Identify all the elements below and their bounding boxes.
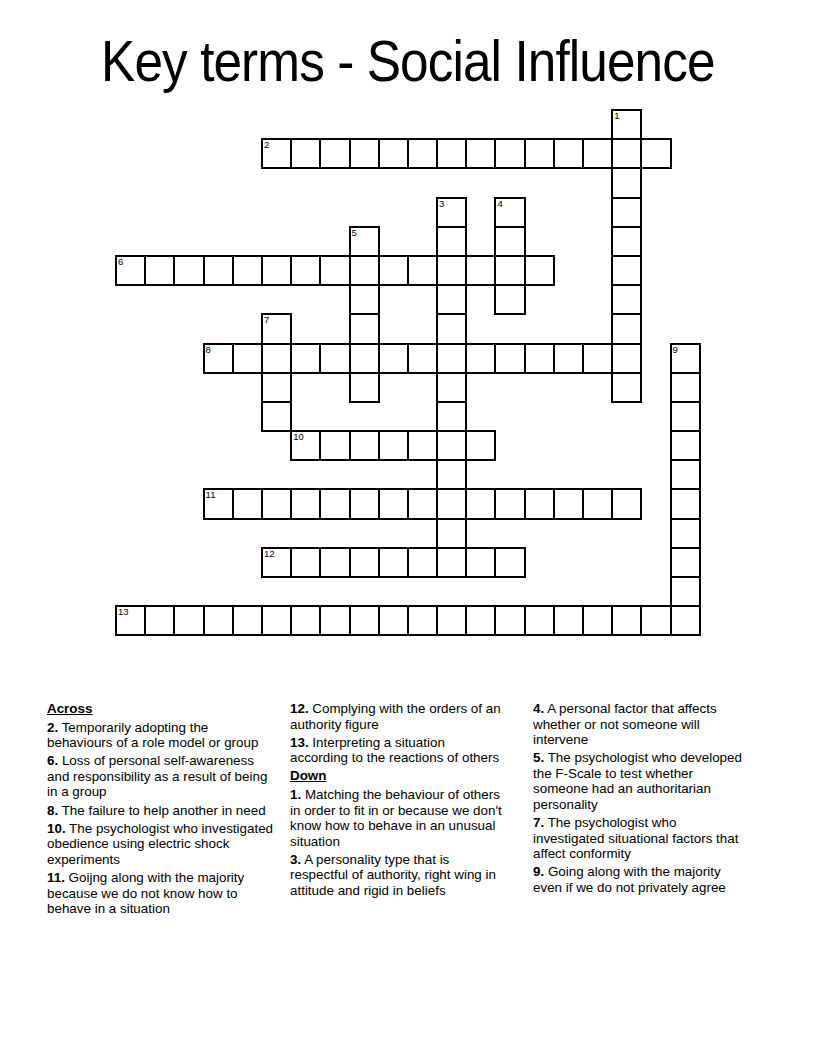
clue-number-label: 7. — [533, 815, 544, 830]
grid-cell-r1c13[interactable] — [495, 139, 524, 168]
grid-cell-r8c14[interactable] — [525, 344, 554, 373]
grid-cell-r10c5[interactable] — [262, 402, 291, 431]
grid-cell-r11c12[interactable] — [466, 431, 495, 460]
grid-cell-r13c16[interactable] — [583, 489, 612, 518]
grid-cell-r6c11[interactable] — [437, 285, 466, 314]
grid-cell-r8c5[interactable] — [262, 344, 291, 373]
down-clues-header: Down — [290, 768, 505, 784]
grid-cell-r17c0[interactable]: 13 — [116, 606, 145, 635]
cell-number-12: 12 — [264, 548, 275, 559]
grid-cell-r15c10[interactable] — [408, 548, 437, 577]
grid-cell-r8c10[interactable] — [408, 344, 437, 373]
clue-number-label: 9. — [533, 864, 544, 879]
clue-across-11: 11. Goijng along with the majority becau… — [47, 870, 275, 917]
grid-cell-r5c12[interactable] — [466, 256, 495, 285]
grid-cell-r13c12[interactable] — [466, 489, 495, 518]
grid-cell-r11c10[interactable] — [408, 431, 437, 460]
grid-cell-r13c8[interactable] — [350, 489, 379, 518]
grid-cell-r15c9[interactable] — [379, 548, 408, 577]
clue-across-10: 10. The psychologist who investigated ob… — [47, 821, 275, 868]
grid-cell-r14c19[interactable] — [671, 519, 700, 548]
grid-cell-r1c8[interactable] — [350, 139, 379, 168]
grid-cell-r3c17[interactable] — [612, 198, 641, 227]
grid-cell-r17c4[interactable] — [233, 606, 262, 635]
grid-cell-r8c12[interactable] — [466, 344, 495, 373]
cell-number-1: 1 — [614, 110, 619, 121]
grid-cell-r15c6[interactable] — [291, 548, 320, 577]
cell-number-9: 9 — [673, 344, 678, 355]
grid-cell-r9c17[interactable] — [612, 373, 641, 402]
clue-number-label: 13. — [290, 735, 309, 750]
clue-number-label: 12. — [290, 701, 309, 716]
grid-cell-r13c10[interactable] — [408, 489, 437, 518]
grid-cell-r17c13[interactable] — [495, 606, 524, 635]
grid-cell-r5c13[interactable] — [495, 256, 524, 285]
grid-cell-r11c8[interactable] — [350, 431, 379, 460]
grid-cell-r8c17[interactable] — [612, 344, 641, 373]
grid-cell-r5c10[interactable] — [408, 256, 437, 285]
grid-cell-r11c11[interactable] — [437, 431, 466, 460]
grid-cell-r5c9[interactable] — [379, 256, 408, 285]
grid-cell-r5c6[interactable] — [291, 256, 320, 285]
grid-cell-r15c5[interactable]: 12 — [262, 548, 291, 577]
grid-cell-r13c15[interactable] — [554, 489, 583, 518]
grid-cell-r0c17[interactable]: 1 — [612, 110, 641, 139]
grid-cell-r15c8[interactable] — [350, 548, 379, 577]
grid-cell-r1c11[interactable] — [437, 139, 466, 168]
clue-across-2: 2. Temporarily adopting the behaviours o… — [47, 720, 275, 751]
clue-number-label: 2. — [47, 720, 58, 735]
page-title: Key terms - Social Influence — [0, 33, 816, 90]
clue-down-7: 7. The psychologist who investigated sit… — [533, 815, 743, 862]
grid-cell-r1c7[interactable] — [320, 139, 349, 168]
grid-cell-r4c17[interactable] — [612, 227, 641, 256]
grid-cell-r8c8[interactable] — [350, 344, 379, 373]
grid-cell-r1c17[interactable] — [612, 139, 641, 168]
grid-cell-r1c12[interactable] — [466, 139, 495, 168]
grid-cell-r13c14[interactable] — [525, 489, 554, 518]
grid-cell-r13c3[interactable]: 11 — [204, 489, 233, 518]
grid-cell-r11c9[interactable] — [379, 431, 408, 460]
grid-cell-r5c2[interactable] — [174, 256, 203, 285]
grid-cell-r17c18[interactable] — [641, 606, 670, 635]
clues-column-3: 4. A personal factor that affects whethe… — [533, 701, 743, 898]
grid-cell-r8c19[interactable]: 9 — [671, 344, 700, 373]
grid-cell-r5c1[interactable] — [145, 256, 174, 285]
grid-cell-r15c7[interactable] — [320, 548, 349, 577]
grid-cell-r1c9[interactable] — [379, 139, 408, 168]
grid-cell-r5c17[interactable] — [612, 256, 641, 285]
grid-cell-r17c12[interactable] — [466, 606, 495, 635]
across-clues-header: Across — [47, 701, 275, 717]
grid-cell-r1c5[interactable]: 2 — [262, 139, 291, 168]
clue-across-6: 6. Loss of personal self-awareness and r… — [47, 753, 275, 800]
grid-cell-r12c19[interactable] — [671, 460, 700, 489]
grid-cell-r5c5[interactable] — [262, 256, 291, 285]
grid-cell-r5c0[interactable]: 6 — [116, 256, 145, 285]
grid-cell-r3c13[interactable]: 4 — [495, 198, 524, 227]
cell-number-7: 7 — [264, 314, 269, 325]
grid-cell-r10c19[interactable] — [671, 402, 700, 431]
grid-cell-r17c15[interactable] — [554, 606, 583, 635]
grid-cell-r9c5[interactable] — [262, 373, 291, 402]
grid-cell-r5c8[interactable] — [350, 256, 379, 285]
grid-cell-r13c9[interactable] — [379, 489, 408, 518]
clue-number-label: 10. — [47, 821, 66, 836]
clue-number-label: 3. — [290, 852, 301, 867]
grid-cell-r17c9[interactable] — [379, 606, 408, 635]
clues-column-2: 12. Complying with the orders of an auth… — [290, 701, 505, 901]
clue-down-1: 1. Matching the behaviour of others in o… — [290, 787, 505, 849]
clue-down-9: 9. Going along with the majority even if… — [533, 864, 743, 895]
grid-cell-r17c11[interactable] — [437, 606, 466, 635]
grid-cell-r13c4[interactable] — [233, 489, 262, 518]
clue-number-label: 11. — [47, 870, 65, 885]
grid-cell-r7c11[interactable] — [437, 314, 466, 343]
grid-cell-r2c17[interactable] — [612, 168, 641, 197]
grid-cell-r13c17[interactable] — [612, 489, 641, 518]
grid-cell-r10c11[interactable] — [437, 402, 466, 431]
grid-cell-r6c13[interactable] — [495, 285, 524, 314]
grid-cell-r8c13[interactable] — [495, 344, 524, 373]
clues-column-1: Across2. Temporarily adopting the behavi… — [47, 701, 275, 919]
cell-number-5: 5 — [352, 227, 357, 238]
cell-number-10: 10 — [293, 431, 304, 442]
grid-cell-r8c16[interactable] — [583, 344, 612, 373]
clue-across-8: 8. The failure to help another in need — [47, 803, 275, 819]
grid-cell-r15c11[interactable] — [437, 548, 466, 577]
cell-number-2: 2 — [264, 139, 269, 150]
grid-cell-r8c4[interactable] — [233, 344, 262, 373]
grid-cell-r8c7[interactable] — [320, 344, 349, 373]
grid-cell-r13c19[interactable] — [671, 489, 700, 518]
grid-cell-r17c6[interactable] — [291, 606, 320, 635]
grid-cell-r3c11[interactable]: 3 — [437, 198, 466, 227]
grid-cell-r13c7[interactable] — [320, 489, 349, 518]
grid-cell-r4c11[interactable] — [437, 227, 466, 256]
grid-cell-r8c9[interactable] — [379, 344, 408, 373]
grid-cell-r4c8[interactable]: 5 — [350, 227, 379, 256]
grid-cell-r1c16[interactable] — [583, 139, 612, 168]
grid-cell-r1c15[interactable] — [554, 139, 583, 168]
clue-number-label: 8. — [47, 803, 58, 818]
clue-number-label: 6. — [47, 753, 58, 768]
grid-cell-r8c11[interactable] — [437, 344, 466, 373]
grid-cell-r8c6[interactable] — [291, 344, 320, 373]
grid-cell-r17c16[interactable] — [583, 606, 612, 635]
grid-cell-r13c13[interactable] — [495, 489, 524, 518]
clue-down-3: 3. A personality type that is respectful… — [290, 852, 505, 899]
grid-cell-r6c17[interactable] — [612, 285, 641, 314]
grid-cell-r1c10[interactable] — [408, 139, 437, 168]
grid-cell-r1c6[interactable] — [291, 139, 320, 168]
grid-cell-r17c19[interactable] — [671, 606, 700, 635]
grid-cell-r8c15[interactable] — [554, 344, 583, 373]
grid-cell-r11c6[interactable]: 10 — [291, 431, 320, 460]
grid-cell-r8c3[interactable]: 8 — [204, 344, 233, 373]
cell-number-4: 4 — [497, 198, 502, 209]
grid-cell-r17c2[interactable] — [174, 606, 203, 635]
grid-cell-r13c11[interactable] — [437, 489, 466, 518]
grid-cell-r17c8[interactable] — [350, 606, 379, 635]
grid-cell-r12c11[interactable] — [437, 460, 466, 489]
grid-cell-r17c14[interactable] — [525, 606, 554, 635]
grid-cell-r5c14[interactable] — [525, 256, 554, 285]
grid-cell-r5c11[interactable] — [437, 256, 466, 285]
grid-cell-r11c19[interactable] — [671, 431, 700, 460]
cell-number-11: 11 — [206, 489, 216, 500]
grid-cell-r9c11[interactable] — [437, 373, 466, 402]
cell-number-8: 8 — [206, 344, 211, 355]
grid-cell-r5c3[interactable] — [204, 256, 233, 285]
grid-cell-r7c8[interactable] — [350, 314, 379, 343]
grid-cell-r9c19[interactable] — [671, 373, 700, 402]
page-title-text: Key terms - Social Influence — [101, 33, 714, 90]
grid-cell-r9c8[interactable] — [350, 373, 379, 402]
cell-number-13: 13 — [118, 606, 129, 617]
grid-cell-r7c17[interactable] — [612, 314, 641, 343]
grid-cell-r13c5[interactable] — [262, 489, 291, 518]
grid-cell-r6c8[interactable] — [350, 285, 379, 314]
clue-across-12: 12. Complying with the orders of an auth… — [290, 701, 505, 732]
grid-cell-r5c7[interactable] — [320, 256, 349, 285]
clue-number-label: 5. — [533, 750, 544, 765]
grid-cell-r7c5[interactable]: 7 — [262, 314, 291, 343]
grid-cell-r17c7[interactable] — [320, 606, 349, 635]
cell-number-6: 6 — [118, 256, 123, 267]
clue-down-4: 4. A personal factor that affects whethe… — [533, 701, 743, 748]
grid-cell-r15c19[interactable] — [671, 548, 700, 577]
grid-cell-r17c17[interactable] — [612, 606, 641, 635]
grid-cell-r1c18[interactable] — [641, 139, 670, 168]
grid-cell-r4c13[interactable] — [495, 227, 524, 256]
grid-cell-r15c13[interactable] — [495, 548, 524, 577]
grid-cell-r1c14[interactable] — [525, 139, 554, 168]
grid-cell-r17c10[interactable] — [408, 606, 437, 635]
clue-across-13: 13. Interpreting a situation according t… — [290, 735, 505, 766]
grid-cell-r17c5[interactable] — [262, 606, 291, 635]
grid-cell-r17c1[interactable] — [145, 606, 174, 635]
grid-cell-r17c3[interactable] — [204, 606, 233, 635]
grid-cell-r16c19[interactable] — [671, 577, 700, 606]
clue-number-label: 4. — [533, 701, 544, 716]
grid-cell-r13c6[interactable] — [291, 489, 320, 518]
grid-cell-r11c7[interactable] — [320, 431, 349, 460]
clue-down-5: 5. The psychologist who developed the F-… — [533, 750, 743, 812]
crossword-grid: 12345678910111213 — [116, 110, 700, 635]
grid-cell-r15c12[interactable] — [466, 548, 495, 577]
grid-cell-r14c11[interactable] — [437, 519, 466, 548]
clue-number-label: 1. — [290, 787, 301, 802]
cell-number-3: 3 — [439, 198, 444, 209]
grid-cell-r5c4[interactable] — [233, 256, 262, 285]
